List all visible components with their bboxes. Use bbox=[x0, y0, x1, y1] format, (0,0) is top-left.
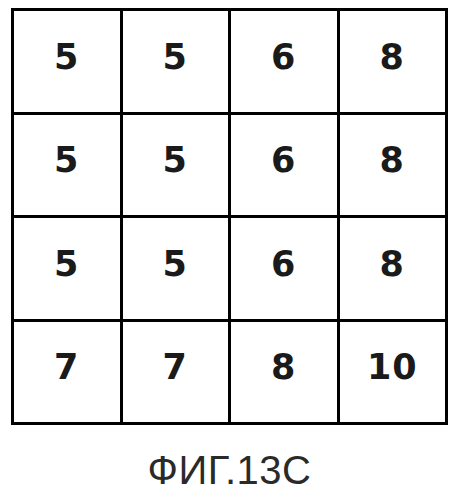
grid-cell-r0c1: 5 bbox=[123, 11, 229, 112]
grid-cell-r3c3: 10 bbox=[340, 322, 446, 423]
grid-cell-r1c1: 5 bbox=[123, 115, 229, 216]
grid-cell-r0c3: 8 bbox=[340, 11, 446, 112]
grid-cell-r2c3: 8 bbox=[340, 218, 446, 319]
cell-value: 8 bbox=[380, 247, 405, 282]
cell-value: 10 bbox=[367, 350, 418, 385]
grid-cell-r2c0: 5 bbox=[14, 218, 120, 319]
cell-value: 6 bbox=[271, 143, 296, 178]
cell-value: 5 bbox=[163, 143, 188, 178]
cell-value: 7 bbox=[54, 350, 79, 385]
cell-value: 8 bbox=[380, 143, 405, 178]
cell-value: 6 bbox=[271, 40, 296, 75]
cell-value: 5 bbox=[163, 247, 188, 282]
grid-cell-r2c2: 6 bbox=[231, 218, 337, 319]
grid-cell-r1c0: 5 bbox=[14, 115, 120, 216]
cell-value: 8 bbox=[271, 350, 296, 385]
grid-cell-r3c0: 7 bbox=[14, 322, 120, 423]
grid-cell-r0c0: 5 bbox=[14, 11, 120, 112]
cell-value: 6 bbox=[271, 247, 296, 282]
cell-value: 5 bbox=[54, 143, 79, 178]
grid-cell-r2c1: 5 bbox=[123, 218, 229, 319]
grid-cell-r3c1: 7 bbox=[123, 322, 229, 423]
cell-value: 5 bbox=[54, 40, 79, 75]
figure-caption: ФИГ.13С bbox=[0, 448, 459, 493]
cell-value: 8 bbox=[380, 40, 405, 75]
cell-value: 5 bbox=[163, 40, 188, 75]
grid-cell-r3c2: 8 bbox=[231, 322, 337, 423]
grid-cell-r0c2: 6 bbox=[231, 11, 337, 112]
grid-cell-r1c3: 8 bbox=[340, 115, 446, 216]
cell-value: 5 bbox=[54, 247, 79, 282]
grid-cell-r1c2: 6 bbox=[231, 115, 337, 216]
figure-page: 5 5 6 8 5 5 6 8 5 5 6 8 7 7 8 10 ФИГ.13С bbox=[0, 0, 459, 499]
number-grid: 5 5 6 8 5 5 6 8 5 5 6 8 7 7 8 10 bbox=[11, 8, 448, 425]
cell-value: 7 bbox=[163, 350, 188, 385]
